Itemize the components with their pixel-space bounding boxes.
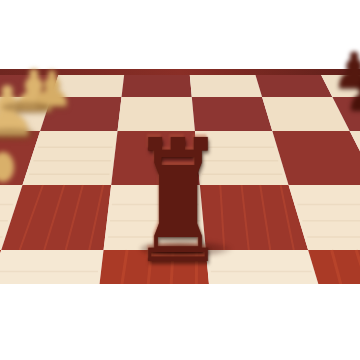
blurred-boxwood-fragment	[0, 152, 14, 182]
blurred-rosewood-piece-2: ♟	[344, 68, 360, 118]
light-square	[0, 250, 104, 284]
light-square	[190, 75, 262, 97]
chessboard-product-photo: ♟♟♟ ♟♟ ♜	[0, 0, 360, 360]
pawn-shadow-1	[2, 102, 50, 112]
blurred-background-pieces-right: ♟♟	[320, 0, 360, 130]
dark-rook-piece: ♜	[125, 117, 230, 287]
blurred-background-pieces-left: ♟♟♟	[0, 0, 140, 200]
